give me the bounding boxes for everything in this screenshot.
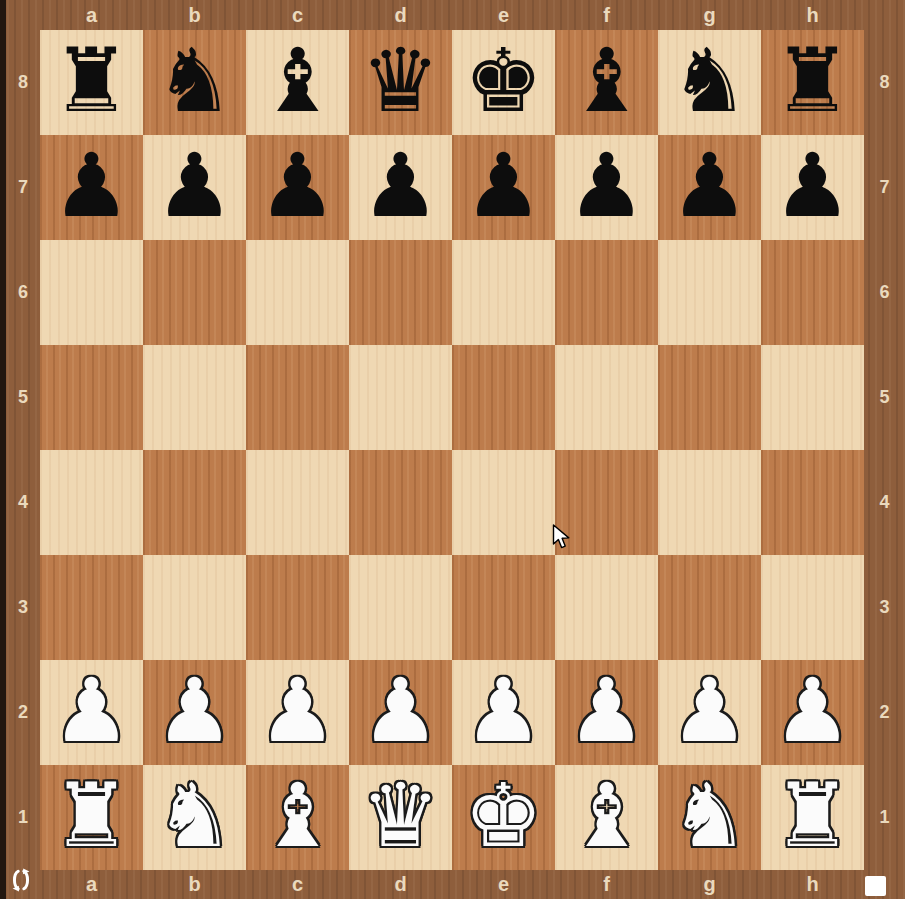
file-label-f: f xyxy=(555,0,658,30)
square-b8[interactable]: ♞ xyxy=(143,30,246,135)
square-h7[interactable]: ♟ xyxy=(761,135,864,240)
file-label-g: g xyxy=(658,870,761,899)
square-h1[interactable]: ♜ xyxy=(761,765,864,870)
square-b1[interactable]: ♞ xyxy=(143,765,246,870)
square-f5[interactable] xyxy=(555,345,658,450)
square-a1[interactable]: ♜ xyxy=(40,765,143,870)
rank-label-8: 8 xyxy=(6,30,40,135)
file-label-d: d xyxy=(349,870,452,899)
square-a8[interactable]: ♜ xyxy=(40,30,143,135)
square-g7[interactable]: ♟ xyxy=(658,135,761,240)
piece-white-pawn[interactable]: ♟ xyxy=(361,667,440,755)
piece-black-king[interactable]: ♚ xyxy=(464,37,543,125)
square-f4[interactable] xyxy=(555,450,658,555)
piece-white-pawn[interactable]: ♟ xyxy=(567,667,646,755)
square-e4[interactable] xyxy=(452,450,555,555)
piece-white-pawn[interactable]: ♟ xyxy=(464,667,543,755)
file-label-a: a xyxy=(40,870,143,899)
piece-black-bishop[interactable]: ♝ xyxy=(258,37,337,125)
square-h5[interactable] xyxy=(761,345,864,450)
rank-label-7: 7 xyxy=(864,135,905,240)
square-b3[interactable] xyxy=(143,555,246,660)
square-f2[interactable]: ♟ xyxy=(555,660,658,765)
rank-label-1: 1 xyxy=(6,765,40,870)
piece-black-pawn[interactable]: ♟ xyxy=(567,142,646,230)
rank-label-5: 5 xyxy=(864,345,905,450)
piece-black-pawn[interactable]: ♟ xyxy=(258,142,337,230)
flip-board-button[interactable] xyxy=(9,868,33,892)
square-e3[interactable] xyxy=(452,555,555,660)
square-g1[interactable]: ♞ xyxy=(658,765,761,870)
piece-black-knight[interactable]: ♞ xyxy=(670,37,749,125)
square-e8[interactable]: ♚ xyxy=(452,30,555,135)
piece-white-rook[interactable]: ♜ xyxy=(773,772,852,860)
rank-label-8: 8 xyxy=(864,30,905,135)
square-f8[interactable]: ♝ xyxy=(555,30,658,135)
square-b4[interactable] xyxy=(143,450,246,555)
rank-label-2: 2 xyxy=(6,660,40,765)
piece-black-pawn[interactable]: ♟ xyxy=(361,142,440,230)
piece-white-king[interactable]: ♚ xyxy=(464,772,543,860)
piece-white-bishop[interactable]: ♝ xyxy=(258,772,337,860)
rank-label-1: 1 xyxy=(864,765,905,870)
square-a2[interactable]: ♟ xyxy=(40,660,143,765)
square-f7[interactable]: ♟ xyxy=(555,135,658,240)
file-label-e: e xyxy=(452,0,555,30)
square-a4[interactable] xyxy=(40,450,143,555)
square-g6[interactable] xyxy=(658,240,761,345)
piece-white-pawn[interactable]: ♟ xyxy=(670,667,749,755)
piece-black-rook[interactable]: ♜ xyxy=(773,37,852,125)
chess-board[interactable]: ♜♞♝♛♚♝♞♜♟♟♟♟♟♟♟♟♟♟♟♟♟♟♟♟♜♞♝♛♚♝♞♜ xyxy=(40,30,864,870)
piece-white-pawn[interactable]: ♟ xyxy=(258,667,337,755)
piece-white-knight[interactable]: ♞ xyxy=(155,772,234,860)
square-e6[interactable] xyxy=(452,240,555,345)
square-c8[interactable]: ♝ xyxy=(246,30,349,135)
square-f3[interactable] xyxy=(555,555,658,660)
piece-white-knight[interactable]: ♞ xyxy=(670,772,749,860)
piece-white-pawn[interactable]: ♟ xyxy=(773,667,852,755)
file-label-h: h xyxy=(761,870,864,899)
piece-white-pawn[interactable]: ♟ xyxy=(155,667,234,755)
square-g2[interactable]: ♟ xyxy=(658,660,761,765)
square-c7[interactable]: ♟ xyxy=(246,135,349,240)
rank-labels-left: 87654321 xyxy=(6,30,40,870)
piece-black-bishop[interactable]: ♝ xyxy=(567,37,646,125)
square-c6[interactable] xyxy=(246,240,349,345)
file-label-h: h xyxy=(761,0,864,30)
square-b6[interactable] xyxy=(143,240,246,345)
piece-black-knight[interactable]: ♞ xyxy=(155,37,234,125)
square-g8[interactable]: ♞ xyxy=(658,30,761,135)
circular-arrows-icon xyxy=(9,880,33,895)
square-h6[interactable] xyxy=(761,240,864,345)
square-c5[interactable] xyxy=(246,345,349,450)
piece-white-pawn[interactable]: ♟ xyxy=(52,667,131,755)
square-d5[interactable] xyxy=(349,345,452,450)
file-label-b: b xyxy=(143,0,246,30)
square-f1[interactable]: ♝ xyxy=(555,765,658,870)
square-c4[interactable] xyxy=(246,450,349,555)
square-e1[interactable]: ♚ xyxy=(452,765,555,870)
square-b5[interactable] xyxy=(143,345,246,450)
piece-black-pawn[interactable]: ♟ xyxy=(773,142,852,230)
square-g4[interactable] xyxy=(658,450,761,555)
piece-black-pawn[interactable]: ♟ xyxy=(52,142,131,230)
square-h4[interactable] xyxy=(761,450,864,555)
file-label-a: a xyxy=(40,0,143,30)
rank-labels-right: 87654321 xyxy=(864,30,905,870)
rank-label-7: 7 xyxy=(6,135,40,240)
piece-black-pawn[interactable]: ♟ xyxy=(464,142,543,230)
piece-black-pawn[interactable]: ♟ xyxy=(670,142,749,230)
square-a5[interactable] xyxy=(40,345,143,450)
square-b7[interactable]: ♟ xyxy=(143,135,246,240)
square-h8[interactable]: ♜ xyxy=(761,30,864,135)
file-label-f: f xyxy=(555,870,658,899)
piece-black-pawn[interactable]: ♟ xyxy=(155,142,234,230)
rank-label-6: 6 xyxy=(864,240,905,345)
rank-label-6: 6 xyxy=(6,240,40,345)
piece-black-rook[interactable]: ♜ xyxy=(52,37,131,125)
file-label-c: c xyxy=(246,0,349,30)
square-a3[interactable] xyxy=(40,555,143,660)
square-c2[interactable]: ♟ xyxy=(246,660,349,765)
file-labels-bottom: abcdefgh xyxy=(40,870,864,899)
rank-label-4: 4 xyxy=(864,450,905,555)
rank-label-3: 3 xyxy=(6,555,40,660)
square-f6[interactable] xyxy=(555,240,658,345)
square-e2[interactable]: ♟ xyxy=(452,660,555,765)
square-c3[interactable] xyxy=(246,555,349,660)
piece-white-bishop[interactable]: ♝ xyxy=(567,772,646,860)
square-h3[interactable] xyxy=(761,555,864,660)
square-d1[interactable]: ♛ xyxy=(349,765,452,870)
chess-app-window: abcdefgh abcdefgh 87654321 87654321 ♜♞♝♛… xyxy=(0,0,905,899)
piece-black-queen[interactable]: ♛ xyxy=(361,37,440,125)
square-d8[interactable]: ♛ xyxy=(349,30,452,135)
square-d3[interactable] xyxy=(349,555,452,660)
square-c1[interactable]: ♝ xyxy=(246,765,349,870)
file-label-b: b xyxy=(143,870,246,899)
square-d4[interactable] xyxy=(349,450,452,555)
square-d2[interactable]: ♟ xyxy=(349,660,452,765)
square-d6[interactable] xyxy=(349,240,452,345)
square-g5[interactable] xyxy=(658,345,761,450)
rank-label-4: 4 xyxy=(6,450,40,555)
square-h2[interactable]: ♟ xyxy=(761,660,864,765)
file-label-g: g xyxy=(658,0,761,30)
file-label-c: c xyxy=(246,870,349,899)
square-b2[interactable]: ♟ xyxy=(143,660,246,765)
square-d7[interactable]: ♟ xyxy=(349,135,452,240)
square-e7[interactable]: ♟ xyxy=(452,135,555,240)
piece-white-rook[interactable]: ♜ xyxy=(52,772,131,860)
file-labels-top: abcdefgh xyxy=(40,0,864,30)
rank-label-3: 3 xyxy=(864,555,905,660)
rank-label-2: 2 xyxy=(864,660,905,765)
square-g3[interactable] xyxy=(658,555,761,660)
square-a6[interactable] xyxy=(40,240,143,345)
square-a7[interactable]: ♟ xyxy=(40,135,143,240)
piece-white-queen[interactable]: ♛ xyxy=(361,772,440,860)
stop-square-button[interactable] xyxy=(865,876,886,896)
square-e5[interactable] xyxy=(452,345,555,450)
rank-label-5: 5 xyxy=(6,345,40,450)
file-label-d: d xyxy=(349,0,452,30)
file-label-e: e xyxy=(452,870,555,899)
